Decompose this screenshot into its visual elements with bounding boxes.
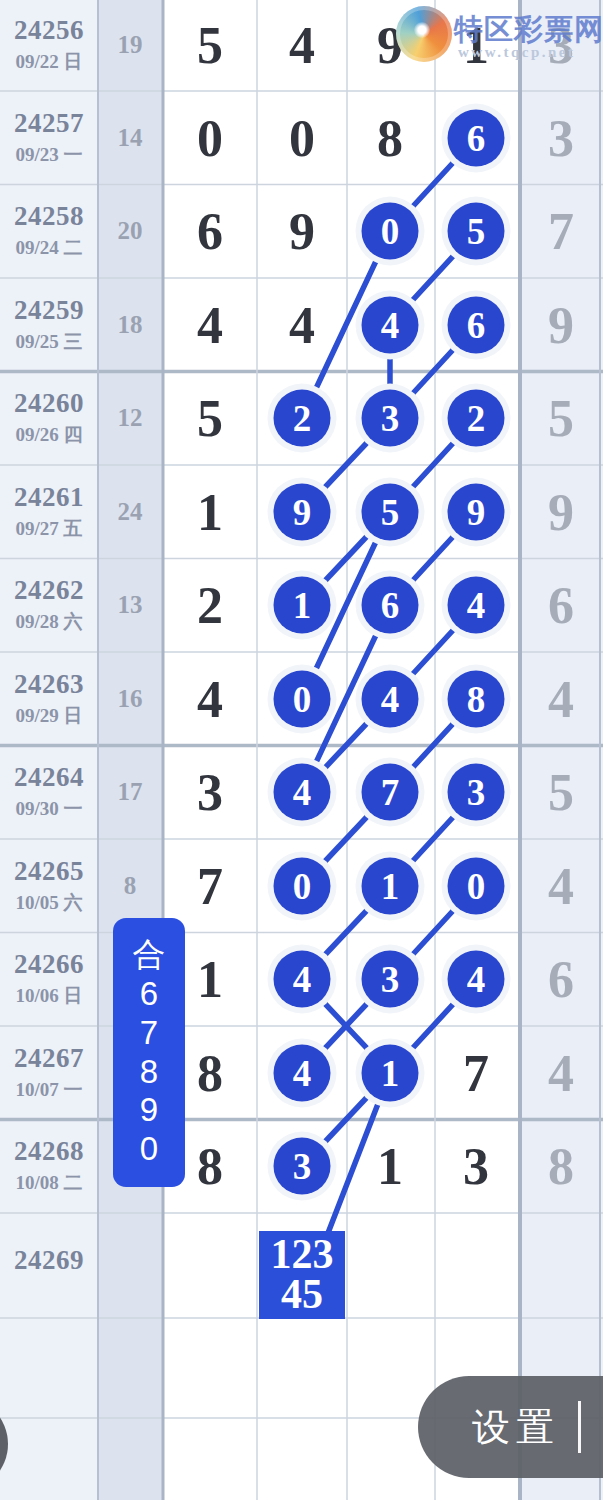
circled-digit: 4 [274, 1044, 331, 1101]
sum-group-char: 合 [133, 936, 166, 975]
circled-digit: 3 [362, 951, 419, 1008]
sum-group-char: 9 [140, 1091, 158, 1130]
circled-digit: 3 [448, 764, 505, 821]
circled-digit: 4 [274, 951, 331, 1008]
circled-digit: 4 [362, 670, 419, 727]
settings-pill[interactable]: 设置 [418, 1376, 603, 1478]
circled-digit: 4 [362, 296, 419, 353]
circled-digit: 1 [362, 1044, 419, 1101]
lottery-trend-chart: 2425609/22 日19549132425709/23 一140083242… [0, 0, 603, 1500]
circled-digit: 6 [362, 577, 419, 634]
sum-group-char: 6 [140, 975, 158, 1014]
circled-digit: 0 [274, 857, 331, 914]
circled-digit: 7 [362, 764, 419, 821]
logo-url: www.tqcp.net [458, 44, 576, 61]
settings-button[interactable]: 设置 [466, 1376, 566, 1478]
pill-divider [578, 1401, 581, 1453]
logo-swirl-icon [396, 6, 452, 62]
sum-group-char: 0 [140, 1130, 158, 1169]
circled-digit: 3 [274, 1138, 331, 1195]
circled-digit: 5 [448, 203, 505, 260]
sum-group-char: 8 [140, 1053, 158, 1092]
prediction-box: 123 45 [259, 1231, 345, 1319]
site-logo[interactable]: 特区彩票网 www.tqcp.net [390, 2, 603, 68]
circled-digit: 0 [274, 670, 331, 727]
circled-digit: 0 [362, 203, 419, 260]
circled-digit: 2 [274, 390, 331, 447]
circled-digit: 6 [448, 109, 505, 166]
circled-digit: 9 [274, 483, 331, 540]
circled-digit: 1 [362, 857, 419, 914]
sum-group-badge: 合67890 [113, 918, 185, 1187]
circled-digit: 5 [362, 483, 419, 540]
circled-digit: 8 [448, 670, 505, 727]
prediction-line1: 123 [271, 1235, 334, 1275]
circled-digit: 4 [274, 764, 331, 821]
circled-digit: 3 [362, 390, 419, 447]
circled-digit: 9 [448, 483, 505, 540]
sum-group-char: 7 [140, 1014, 158, 1053]
circled-digit: 6 [448, 296, 505, 353]
circled-digit: 1 [274, 577, 331, 634]
circled-digit: 0 [448, 857, 505, 914]
circled-digit: 4 [448, 577, 505, 634]
prediction-line2: 45 [281, 1275, 323, 1315]
circled-digit: 2 [448, 390, 505, 447]
circled-digit: 4 [448, 951, 505, 1008]
